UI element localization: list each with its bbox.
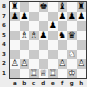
black-pawn[interactable]: ♟ [77,12,87,22]
square-a7[interactable]: ♟ [10,12,20,22]
black-king[interactable]: ♚ [39,2,49,12]
square-g1[interactable]: ♚♔ [67,69,77,79]
rank-labels: 8 7 6 5 4 3 2 1 [0,2,8,78]
rank-label-6: 6 [0,21,8,31]
rank-label-3: 3 [0,50,8,60]
square-c7[interactable] [29,12,39,22]
square-h2[interactable]: ♟♙ [77,59,87,69]
rank-label-2: 2 [0,59,8,69]
square-d8[interactable]: ♚ [39,2,49,12]
black-pawn[interactable]: ♟ [48,21,58,31]
black-knight[interactable]: ♞ [58,31,68,41]
square-g3[interactable]: ♞♘ [67,50,77,60]
square-c5[interactable]: ♝♗ [29,31,39,41]
square-b4[interactable] [20,40,30,50]
square-e5[interactable] [48,31,58,41]
file-label-e: e [48,79,58,87]
black-pawn[interactable]: ♟ [20,12,30,22]
square-d4[interactable] [39,40,49,50]
square-c8[interactable] [29,2,39,12]
white-bishop[interactable]: ♝♗ [20,31,30,41]
black-pawn[interactable]: ♟ [10,12,20,22]
square-g5[interactable]: ♛ [67,31,77,41]
square-a6[interactable] [10,21,20,31]
square-h5[interactable] [77,31,87,41]
white-king[interactable]: ♚♔ [67,69,77,79]
square-e4[interactable] [48,40,58,50]
white-pawn[interactable]: ♟♙ [10,59,20,69]
square-e3[interactable] [48,50,58,60]
square-e6[interactable]: ♟ [48,21,58,31]
black-pawn[interactable]: ♟ [39,31,49,41]
file-label-c: c [29,79,39,87]
rank-label-8: 8 [0,2,8,12]
square-f5[interactable]: ♞ [58,31,68,41]
square-c4[interactable] [29,40,39,50]
white-rook[interactable]: ♜♖ [48,69,58,79]
square-a1[interactable] [10,69,20,79]
white-pawn[interactable]: ♟♙ [58,59,68,69]
square-a5[interactable] [10,31,20,41]
white-queen[interactable]: ♛♕ [39,69,49,79]
square-d1[interactable]: ♛♕ [39,69,49,79]
square-b1[interactable] [20,69,30,79]
square-d3[interactable] [39,50,49,60]
square-e1[interactable]: ♜♖ [48,69,58,79]
square-f7[interactable]: ♟ [58,12,68,22]
square-a2[interactable]: ♟♙ [10,59,20,69]
white-knight[interactable]: ♞♘ [67,50,77,60]
square-h1[interactable] [77,69,87,79]
square-f2[interactable]: ♟♙ [58,59,68,69]
black-pawn[interactable]: ♟ [58,12,68,22]
square-h4[interactable] [77,40,87,50]
white-rook[interactable]: ♜♖ [29,69,39,79]
square-a4[interactable] [10,40,20,50]
rank-label-1: 1 [0,69,8,79]
file-label-h: h [77,79,87,87]
square-f1[interactable] [58,69,68,79]
file-label-f: f [58,79,68,87]
white-pawn[interactable]: ♟♙ [77,59,87,69]
white-pawn[interactable]: ♟♙ [20,59,30,69]
black-pawn[interactable]: ♟ [67,12,77,22]
square-c3[interactable] [29,50,39,60]
rank-label-7: 7 [0,12,8,22]
square-b5[interactable]: ♝♗ [20,31,30,41]
rank-label-5: 5 [0,31,8,41]
file-labels: a b c d e f g h [10,79,86,87]
file-label-b: b [20,79,30,87]
square-d5[interactable]: ♟ [39,31,49,41]
square-h7[interactable]: ♟ [77,12,87,22]
file-label-g: g [67,79,77,87]
white-bishop[interactable]: ♝♗ [29,31,39,41]
square-b2[interactable]: ♟♙ [20,59,30,69]
square-d7[interactable] [39,12,49,22]
black-queen[interactable]: ♛ [67,31,77,41]
square-h6[interactable] [77,21,87,31]
square-g7[interactable]: ♟ [67,12,77,22]
file-label-d: d [39,79,49,87]
chess-board: ♜♚♝♜♟♟♟♟♟♟♝♗♝♗♟♞♛♞♘♟♙♟♙♟♙♟♙♜♖♛♕♜♖♚♔ [9,1,87,79]
square-e8[interactable] [48,2,58,12]
square-f4[interactable] [58,40,68,50]
square-b7[interactable]: ♟ [20,12,30,22]
chess-diagram: 8 7 6 5 4 3 2 1 ♜♚♝♜♟♟♟♟♟♟♝♗♝♗♟♞♛♞♘♟♙♟♙♟… [0,0,87,87]
file-label-a: a [10,79,20,87]
square-c1[interactable]: ♜♖ [29,69,39,79]
rank-label-4: 4 [0,40,8,50]
